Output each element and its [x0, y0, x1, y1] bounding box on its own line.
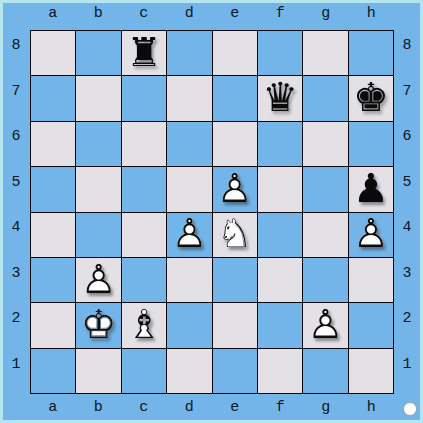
square-g8[interactable] — [303, 31, 347, 75]
square-g1[interactable] — [303, 349, 347, 393]
square-e2[interactable] — [213, 303, 257, 347]
square-c4[interactable] — [122, 213, 166, 257]
rank-label-right-1: 1 — [394, 342, 420, 388]
file-label-top-h: h — [349, 0, 395, 26]
square-d6[interactable] — [167, 122, 211, 166]
square-a3[interactable] — [31, 258, 75, 302]
rank-label-right-6: 6 — [394, 114, 420, 160]
piece-outline-glyph: ♙ — [76, 258, 120, 302]
square-d4[interactable]: ♟♙ — [167, 213, 211, 257]
rank-label-right-4: 4 — [394, 205, 420, 251]
white-pawn[interactable]: ♟♙ — [213, 167, 257, 211]
square-b6[interactable] — [76, 122, 120, 166]
square-f6[interactable] — [258, 122, 302, 166]
square-d5[interactable] — [167, 167, 211, 211]
square-b1[interactable] — [76, 349, 120, 393]
square-h5[interactable]: ♟ — [349, 167, 393, 211]
rank-label-left-3: 3 — [3, 251, 29, 297]
board-frame: abcdefgh abcdefgh 87654321 87654321 ♜♛♚♟… — [0, 0, 423, 423]
square-b5[interactable] — [76, 167, 120, 211]
rank-label-left-1: 1 — [3, 342, 29, 388]
piece-glyph: ♚ — [349, 76, 393, 120]
rank-label-left-7: 7 — [3, 69, 29, 115]
square-d3[interactable] — [167, 258, 211, 302]
rank-label-right-3: 3 — [394, 251, 420, 297]
square-h3[interactable] — [349, 258, 393, 302]
rank-label-left-2: 2 — [3, 296, 29, 342]
file-labels-top: abcdefgh — [30, 3, 394, 29]
square-a4[interactable] — [31, 213, 75, 257]
file-label-top-a: a — [30, 0, 76, 26]
square-d7[interactable] — [167, 76, 211, 120]
file-label-bottom-e: e — [212, 394, 258, 420]
piece-outline-glyph: ♙ — [213, 167, 257, 211]
square-d8[interactable] — [167, 31, 211, 75]
piece-outline-glyph: ♙ — [349, 213, 393, 257]
square-h6[interactable] — [349, 122, 393, 166]
white-pawn[interactable]: ♟♙ — [167, 213, 211, 257]
square-g4[interactable] — [303, 213, 347, 257]
white-pawn[interactable]: ♟♙ — [303, 303, 347, 347]
square-a1[interactable] — [31, 349, 75, 393]
file-label-bottom-b: b — [76, 394, 122, 420]
rank-label-right-8: 8 — [394, 23, 420, 69]
square-f8[interactable] — [258, 31, 302, 75]
rank-label-left-5: 5 — [3, 160, 29, 206]
file-label-top-c: c — [121, 0, 167, 26]
black-rook[interactable]: ♜ — [122, 31, 166, 75]
rank-labels-right: 87654321 — [394, 30, 420, 394]
square-a6[interactable] — [31, 122, 75, 166]
square-c7[interactable] — [122, 76, 166, 120]
square-e7[interactable] — [213, 76, 257, 120]
square-h8[interactable] — [349, 31, 393, 75]
square-e6[interactable] — [213, 122, 257, 166]
square-e1[interactable] — [213, 349, 257, 393]
square-g7[interactable] — [303, 76, 347, 120]
rank-label-left-8: 8 — [3, 23, 29, 69]
black-pawn[interactable]: ♟ — [349, 167, 393, 211]
square-h1[interactable] — [349, 349, 393, 393]
square-a7[interactable] — [31, 76, 75, 120]
rank-label-right-2: 2 — [394, 296, 420, 342]
square-a8[interactable] — [31, 31, 75, 75]
square-e5[interactable]: ♟♙ — [213, 167, 257, 211]
square-c3[interactable] — [122, 258, 166, 302]
file-label-bottom-g: g — [303, 394, 349, 420]
file-label-top-b: b — [76, 0, 122, 26]
square-c1[interactable] — [122, 349, 166, 393]
file-label-top-f: f — [258, 0, 304, 26]
file-label-top-e: e — [212, 0, 258, 26]
piece-glyph: ♜ — [122, 31, 166, 75]
rank-labels-left: 87654321 — [3, 30, 29, 394]
side-to-move-indicator — [403, 402, 417, 416]
piece-glyph: ♛ — [258, 76, 302, 120]
piece-outline-glyph: ♙ — [167, 213, 211, 257]
file-label-bottom-c: c — [121, 394, 167, 420]
square-d1[interactable] — [167, 349, 211, 393]
square-b7[interactable] — [76, 76, 120, 120]
square-d2[interactable] — [167, 303, 211, 347]
square-f5[interactable] — [258, 167, 302, 211]
file-label-bottom-d: d — [167, 394, 213, 420]
piece-outline-glyph: ♗ — [122, 303, 166, 347]
file-labels-bottom: abcdefgh — [30, 394, 394, 420]
square-h7[interactable]: ♚ — [349, 76, 393, 120]
white-bishop[interactable]: ♝♗ — [122, 303, 166, 347]
white-pawn[interactable]: ♟♙ — [349, 213, 393, 257]
white-king[interactable]: ♚♔ — [76, 303, 120, 347]
rank-label-left-6: 6 — [3, 114, 29, 160]
square-g6[interactable] — [303, 122, 347, 166]
square-b3[interactable]: ♟♙ — [76, 258, 120, 302]
square-h4[interactable]: ♟♙ — [349, 213, 393, 257]
square-f3[interactable] — [258, 258, 302, 302]
square-f4[interactable] — [258, 213, 302, 257]
piece-glyph: ♟ — [349, 167, 393, 211]
square-c6[interactable] — [122, 122, 166, 166]
file-label-bottom-f: f — [258, 394, 304, 420]
square-g5[interactable] — [303, 167, 347, 211]
square-f2[interactable] — [258, 303, 302, 347]
square-f7[interactable]: ♛ — [258, 76, 302, 120]
rank-label-right-5: 5 — [394, 160, 420, 206]
square-e3[interactable] — [213, 258, 257, 302]
square-e4[interactable]: ♞♘ — [213, 213, 257, 257]
file-label-bottom-a: a — [30, 394, 76, 420]
file-label-top-d: d — [167, 0, 213, 26]
square-g3[interactable] — [303, 258, 347, 302]
rank-label-right-7: 7 — [394, 69, 420, 115]
square-f1[interactable] — [258, 349, 302, 393]
file-label-bottom-h: h — [349, 394, 395, 420]
square-c8[interactable]: ♜ — [122, 31, 166, 75]
piece-outline-glyph: ♔ — [76, 303, 120, 347]
square-b8[interactable] — [76, 31, 120, 75]
square-c2[interactable]: ♝♗ — [122, 303, 166, 347]
black-king[interactable]: ♚ — [349, 76, 393, 120]
square-h2[interactable] — [349, 303, 393, 347]
white-knight[interactable]: ♞♘ — [213, 213, 257, 257]
rank-label-left-4: 4 — [3, 205, 29, 251]
square-b4[interactable] — [76, 213, 120, 257]
black-queen[interactable]: ♛ — [258, 76, 302, 120]
piece-outline-glyph: ♙ — [303, 303, 347, 347]
chess-board: ♜♛♚♟♙♟♟♙♞♘♟♙♟♙♚♔♝♗♟♙ — [30, 30, 394, 394]
piece-outline-glyph: ♘ — [213, 213, 257, 257]
square-a2[interactable] — [31, 303, 75, 347]
white-pawn[interactable]: ♟♙ — [76, 258, 120, 302]
square-c5[interactable] — [122, 167, 166, 211]
square-b2[interactable]: ♚♔ — [76, 303, 120, 347]
square-e8[interactable] — [213, 31, 257, 75]
file-label-top-g: g — [303, 0, 349, 26]
square-a5[interactable] — [31, 167, 75, 211]
square-g2[interactable]: ♟♙ — [303, 303, 347, 347]
